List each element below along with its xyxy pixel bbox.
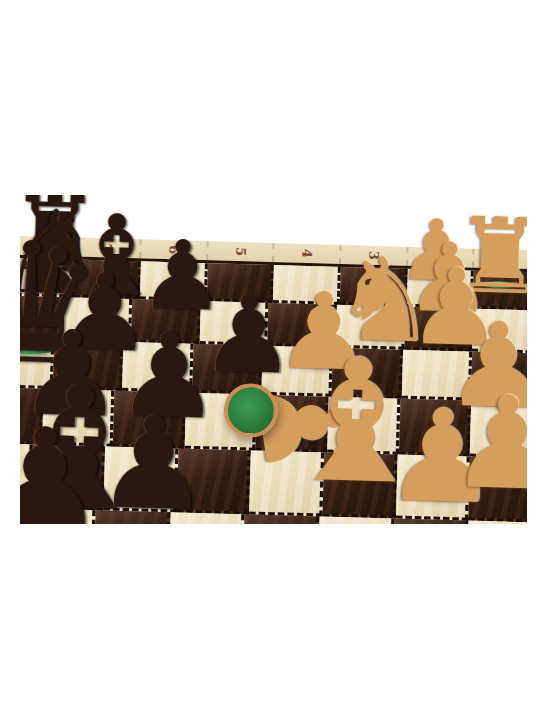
pieces-layer: ♜♞♛♝♟♟♝♟♟♟♟♟♟♟♞♝♟♟♟♟♟♟♜	[20, 195, 527, 524]
product-photo-page: 87654321 ♜♞♛♝♟♟♝♟♟♟♟♟♟♟♞♝♟♟♟♟♟♟♜	[0, 0, 540, 720]
piece-white-pawn-e1: ♟	[441, 377, 527, 509]
photo-tilt-wrapper: 87654321 ♜♞♛♝♟♟♝♟♟♟♟♟♟♟♞♝♟♟♟♟♟♟♜	[20, 195, 527, 524]
chessboard-photo: 87654321 ♜♞♛♝♟♟♝♟♟♟♟♟♟♟♞♝♟♟♟♟♟♟♜	[20, 195, 527, 524]
pawn-glyph: ♟	[20, 409, 116, 524]
piece-black-pawn-f7: ♟	[20, 409, 116, 524]
pawn-glyph: ♟	[441, 377, 527, 509]
